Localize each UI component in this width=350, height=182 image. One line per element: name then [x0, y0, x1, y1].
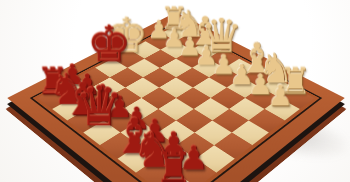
square-e3 [193, 77, 227, 98]
square-a1: ♜ [161, 25, 191, 41]
scene: ♜♞♝♛♝♞♜♟♟♟♟♟♟♟♟♚♚♟♟♟♟♟♟♟♟♜♞♝♛♝♞♜ [0, 0, 350, 182]
chessboard: ♜♞♝♛♝♞♜♟♟♟♟♟♟♟♟♚♚♟♟♟♟♟♟♟♟♜♞♝♛♝♞♜ [7, 12, 345, 182]
square-h1: ♜ [280, 88, 315, 109]
piece-boxwood-rook: ♜ [150, 3, 199, 34]
square-f6 [158, 121, 195, 146]
product-photo-canvas: ♜♞♝♛♝♞♜♟♟♟♟♟♟♟♟♚♚♟♟♟♟♟♟♟♟♜♞♝♛♝♞♜ [0, 0, 350, 182]
board-frame: ♜♞♝♛♝♞♜♟♟♟♟♟♟♟♟♚♚♟♟♟♟♟♟♟♟♜♞♝♛♝♞♜ [7, 12, 345, 182]
